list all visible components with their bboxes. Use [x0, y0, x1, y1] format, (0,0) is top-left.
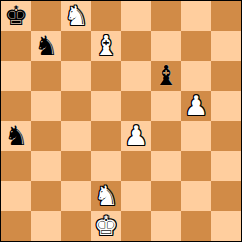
white-bishop[interactable]: ♝ — [94, 32, 118, 59]
square-e7[interactable] — [121, 31, 151, 61]
square-g4[interactable] — [181, 121, 211, 151]
square-g7[interactable] — [181, 31, 211, 61]
square-f6[interactable]: ♝ — [151, 61, 181, 91]
black-bishop[interactable]: ♝ — [154, 62, 178, 89]
square-b6[interactable] — [31, 61, 61, 91]
square-d8[interactable] — [91, 1, 121, 31]
black-knight[interactable]: ♞ — [4, 122, 28, 149]
white-knight[interactable]: ♞ — [64, 2, 88, 29]
white-king[interactable]: ♚ — [94, 212, 118, 239]
square-c1[interactable] — [61, 211, 91, 241]
square-h4[interactable] — [211, 121, 241, 151]
square-c6[interactable] — [61, 61, 91, 91]
square-d5[interactable] — [91, 91, 121, 121]
square-b2[interactable] — [31, 181, 61, 211]
square-e3[interactable] — [121, 151, 151, 181]
chess-board: ♚♞♞♝♝♟♞♟♞♚ — [0, 0, 242, 242]
square-b8[interactable] — [31, 1, 61, 31]
square-d2[interactable]: ♞ — [91, 181, 121, 211]
square-f2[interactable] — [151, 181, 181, 211]
square-a7[interactable] — [1, 31, 31, 61]
square-b1[interactable] — [31, 211, 61, 241]
square-f8[interactable] — [151, 1, 181, 31]
square-e4[interactable]: ♟ — [121, 121, 151, 151]
square-b7[interactable]: ♞ — [31, 31, 61, 61]
square-b5[interactable] — [31, 91, 61, 121]
square-g3[interactable] — [181, 151, 211, 181]
white-knight[interactable]: ♞ — [94, 182, 118, 209]
square-a1[interactable] — [1, 211, 31, 241]
square-e6[interactable] — [121, 61, 151, 91]
square-h1[interactable] — [211, 211, 241, 241]
square-h2[interactable] — [211, 181, 241, 211]
square-d6[interactable] — [91, 61, 121, 91]
square-h3[interactable] — [211, 151, 241, 181]
square-h6[interactable] — [211, 61, 241, 91]
square-d1[interactable]: ♚ — [91, 211, 121, 241]
square-c7[interactable] — [61, 31, 91, 61]
square-f5[interactable] — [151, 91, 181, 121]
square-f1[interactable] — [151, 211, 181, 241]
square-c3[interactable] — [61, 151, 91, 181]
square-a8[interactable]: ♚ — [1, 1, 31, 31]
square-b4[interactable] — [31, 121, 61, 151]
square-g5[interactable]: ♟ — [181, 91, 211, 121]
square-g2[interactable] — [181, 181, 211, 211]
square-a3[interactable] — [1, 151, 31, 181]
black-king[interactable]: ♚ — [4, 2, 28, 29]
square-a5[interactable] — [1, 91, 31, 121]
square-d3[interactable] — [91, 151, 121, 181]
square-g1[interactable] — [181, 211, 211, 241]
square-c4[interactable] — [61, 121, 91, 151]
white-pawn[interactable]: ♟ — [184, 92, 208, 119]
square-e8[interactable] — [121, 1, 151, 31]
square-h8[interactable] — [211, 1, 241, 31]
square-f7[interactable] — [151, 31, 181, 61]
square-c2[interactable] — [61, 181, 91, 211]
square-f4[interactable] — [151, 121, 181, 151]
square-f3[interactable] — [151, 151, 181, 181]
black-knight[interactable]: ♞ — [34, 32, 58, 59]
square-a4[interactable]: ♞ — [1, 121, 31, 151]
square-e1[interactable] — [121, 211, 151, 241]
square-c8[interactable]: ♞ — [61, 1, 91, 31]
square-e5[interactable] — [121, 91, 151, 121]
square-a6[interactable] — [1, 61, 31, 91]
square-e2[interactable] — [121, 181, 151, 211]
square-c5[interactable] — [61, 91, 91, 121]
square-h5[interactable] — [211, 91, 241, 121]
square-h7[interactable] — [211, 31, 241, 61]
square-b3[interactable] — [31, 151, 61, 181]
white-pawn[interactable]: ♟ — [124, 122, 148, 149]
square-a2[interactable] — [1, 181, 31, 211]
square-g6[interactable] — [181, 61, 211, 91]
square-g8[interactable] — [181, 1, 211, 31]
square-d7[interactable]: ♝ — [91, 31, 121, 61]
square-d4[interactable] — [91, 121, 121, 151]
